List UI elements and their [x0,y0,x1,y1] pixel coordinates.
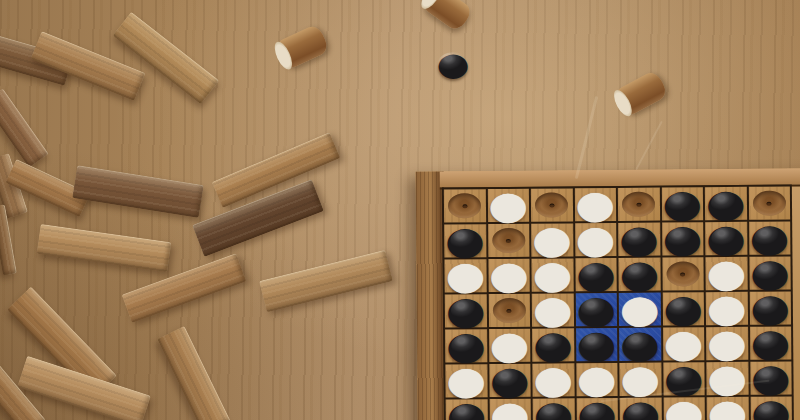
cell-b1[interactable]: ● [487,189,529,222]
loose-black-disc[interactable]: ● [437,49,469,79]
wood-block[interactable] [37,224,172,272]
black-disc[interactable]: ● [750,294,790,322]
white-disc[interactable]: ● [575,226,615,254]
white-disc[interactable]: ● [489,261,529,289]
black-disc[interactable]: ● [619,260,659,288]
white-disc[interactable]: ● [707,330,747,358]
wood-block[interactable] [72,165,204,218]
black-disc[interactable]: ● [576,296,616,324]
white-disc[interactable]: ● [532,261,572,289]
cell-a7[interactable]: ● [446,399,488,420]
black-disc[interactable]: ● [576,261,616,289]
cell-h7[interactable]: ● [750,396,792,420]
black-disc[interactable]: ● [576,331,616,359]
cell-g7[interactable]: ● [707,397,749,420]
black-disc[interactable]: ● [663,295,703,323]
black-disc[interactable]: ● [446,402,486,420]
black-disc[interactable]: ● [533,331,573,359]
white-disc[interactable]: ● [446,367,486,395]
black-disc[interactable]: ● [662,190,702,218]
wood-dowel[interactable] [274,23,330,70]
empty-hole [666,261,699,286]
cell-d7[interactable]: ● [576,398,618,420]
black-disc[interactable]: ● [706,190,746,218]
cell-e7[interactable]: ● [620,398,662,420]
black-disc[interactable]: ● [533,401,573,420]
white-disc[interactable]: ● [706,260,746,288]
white-disc[interactable]: ● [707,400,747,420]
white-disc[interactable]: ● [445,262,485,290]
wood-block[interactable] [157,326,230,420]
board-grid: ●●●●●●●●●●●●●●●●●●●●●●●●●●●●●●●●●●●●●●●●… [442,184,794,420]
white-disc[interactable]: ● [532,296,572,324]
cell-b7[interactable]: ● [489,399,531,420]
white-disc[interactable]: ● [664,400,704,420]
white-disc[interactable]: ● [577,366,617,394]
tabletop-scene: ● ●●●●●●●●●●●●●●●●●●●●●●●●●●●●●●●●●●●●●●… [0,0,800,420]
cell-b3[interactable]: ● [488,259,530,292]
wood-block[interactable] [259,250,393,312]
empty-hole [493,298,526,323]
black-disc: ● [436,52,469,76]
black-disc[interactable]: ● [750,329,790,357]
othello-board: ●●●●●●●●●●●●●●●●●●●●●●●●●●●●●●●●●●●●●●●●… [416,168,800,420]
wood-dowel[interactable] [613,69,669,117]
black-disc[interactable]: ● [751,364,791,392]
black-disc[interactable]: ● [664,365,704,393]
black-disc[interactable]: ● [577,401,617,420]
black-disc[interactable]: ● [620,330,660,358]
black-disc[interactable]: ● [751,399,791,420]
cell-c7[interactable]: ● [533,398,575,420]
empty-hole [622,192,655,217]
white-disc[interactable]: ● [620,365,660,393]
empty-hole [535,192,568,217]
white-disc[interactable]: ● [619,295,659,323]
white-disc[interactable]: ● [532,226,572,254]
white-disc[interactable]: ● [533,366,573,394]
black-disc[interactable]: ● [750,259,790,287]
white-disc[interactable]: ● [707,365,747,393]
black-disc[interactable]: ● [446,332,486,360]
black-disc[interactable]: ● [662,225,702,253]
black-disc[interactable]: ● [619,225,659,253]
black-disc[interactable]: ● [749,224,789,252]
black-disc[interactable]: ● [620,400,660,420]
white-disc[interactable]: ● [706,295,746,323]
black-disc[interactable]: ● [706,225,746,253]
black-disc[interactable]: ● [490,366,530,394]
white-disc[interactable]: ● [490,401,530,420]
black-disc[interactable]: ● [445,227,485,255]
wood-dowel[interactable] [420,0,474,33]
cell-f7[interactable]: ● [663,397,705,420]
cell-f2[interactable]: ● [662,222,704,255]
black-disc[interactable]: ● [445,297,485,325]
white-disc[interactable]: ● [489,331,529,359]
white-disc[interactable]: ● [488,191,528,219]
white-disc[interactable]: ● [663,330,703,358]
empty-hole [753,191,786,216]
empty-hole [448,193,481,218]
empty-hole [492,228,525,253]
white-disc[interactable]: ● [575,191,615,219]
